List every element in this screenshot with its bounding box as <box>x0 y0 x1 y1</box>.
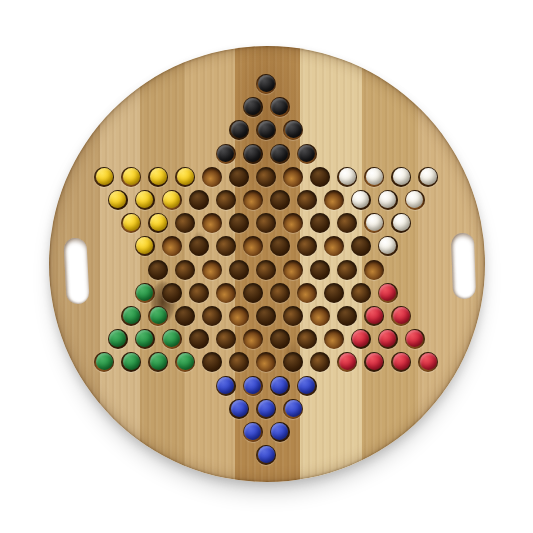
peg-green[interactable] <box>163 330 180 347</box>
peg-black[interactable] <box>244 145 261 162</box>
hole-r17-c1[interactable] <box>256 445 276 465</box>
peg-white[interactable] <box>366 214 383 231</box>
hole-r5-c7[interactable] <box>256 167 276 187</box>
hole-r13-c8[interactable] <box>283 352 303 372</box>
peg-white[interactable] <box>393 168 410 185</box>
hole-r11-c8[interactable] <box>310 306 330 326</box>
hole-r15-c1[interactable] <box>229 399 249 419</box>
peg-black[interactable] <box>298 145 315 162</box>
hole-r3-c2[interactable] <box>256 120 276 140</box>
hole-r10-c1[interactable] <box>135 283 155 303</box>
hole-r10-c9[interactable] <box>351 283 371 303</box>
hole-r9-c7[interactable] <box>310 260 330 280</box>
hole-r4-c4[interactable] <box>297 144 317 164</box>
peg-yellow[interactable] <box>150 214 167 231</box>
peg-black[interactable] <box>231 121 248 138</box>
hole-r9-c1[interactable] <box>148 260 168 280</box>
hole-r7-c8[interactable] <box>310 213 330 233</box>
hole-r11-c11[interactable] <box>391 306 411 326</box>
hole-r6-c2[interactable] <box>135 190 155 210</box>
peg-red[interactable] <box>352 330 369 347</box>
hole-r5-c8[interactable] <box>283 167 303 187</box>
hole-r13-c13[interactable] <box>418 352 438 372</box>
hole-r8-c8[interactable] <box>324 236 344 256</box>
hole-r12-c6[interactable] <box>243 329 263 349</box>
hole-r11-c1[interactable] <box>121 306 141 326</box>
hole-r14-c2[interactable] <box>243 376 263 396</box>
hole-r6-c5[interactable] <box>216 190 236 210</box>
hole-r7-c10[interactable] <box>364 213 384 233</box>
hole-r9-c2[interactable] <box>175 260 195 280</box>
hole-r8-c7[interactable] <box>297 236 317 256</box>
peg-blue[interactable] <box>231 400 248 417</box>
hole-r12-c2[interactable] <box>135 329 155 349</box>
peg-yellow[interactable] <box>136 191 153 208</box>
hole-r5-c4[interactable] <box>175 167 195 187</box>
hole-r8-c4[interactable] <box>216 236 236 256</box>
peg-blue[interactable] <box>298 377 315 394</box>
hole-r8-c1[interactable] <box>135 236 155 256</box>
hole-r13-c4[interactable] <box>175 352 195 372</box>
peg-yellow[interactable] <box>123 214 140 231</box>
hole-r6-c10[interactable] <box>351 190 371 210</box>
photo-background <box>0 0 533 533</box>
hole-r5-c3[interactable] <box>148 167 168 187</box>
peg-green[interactable] <box>123 353 140 370</box>
peg-yellow[interactable] <box>109 191 126 208</box>
hole-r5-c13[interactable] <box>418 167 438 187</box>
hole-r7-c11[interactable] <box>391 213 411 233</box>
hole-r1-c1[interactable] <box>256 74 276 94</box>
hole-r14-c3[interactable] <box>270 376 290 396</box>
hole-r12-c12[interactable] <box>405 329 425 349</box>
hole-r2-c1[interactable] <box>243 97 263 117</box>
hole-r12-c5[interactable] <box>216 329 236 349</box>
peg-red[interactable] <box>379 330 396 347</box>
hole-r13-c5[interactable] <box>202 352 222 372</box>
hole-r4-c3[interactable] <box>270 144 290 164</box>
hole-r6-c8[interactable] <box>297 190 317 210</box>
hole-r5-c9[interactable] <box>310 167 330 187</box>
peg-green[interactable] <box>150 353 167 370</box>
peg-black[interactable] <box>271 145 288 162</box>
hole-r5-c1[interactable] <box>94 167 114 187</box>
peg-blue[interactable] <box>217 377 234 394</box>
hole-r15-c2[interactable] <box>256 399 276 419</box>
hole-r8-c6[interactable] <box>270 236 290 256</box>
peg-red[interactable] <box>393 307 410 324</box>
peg-yellow[interactable] <box>163 191 180 208</box>
hole-r8-c3[interactable] <box>189 236 209 256</box>
hole-r9-c4[interactable] <box>229 260 249 280</box>
hole-r7-c6[interactable] <box>256 213 276 233</box>
hole-r13-c1[interactable] <box>94 352 114 372</box>
peg-red[interactable] <box>366 307 383 324</box>
hole-r13-c12[interactable] <box>391 352 411 372</box>
hole-r7-c7[interactable] <box>283 213 303 233</box>
hole-r10-c3[interactable] <box>189 283 209 303</box>
hole-r11-c9[interactable] <box>337 306 357 326</box>
hole-r4-c2[interactable] <box>243 144 263 164</box>
peg-white[interactable] <box>339 168 356 185</box>
peg-yellow[interactable] <box>136 237 153 254</box>
peg-white[interactable] <box>406 191 423 208</box>
hole-r11-c3[interactable] <box>175 306 195 326</box>
peg-black[interactable] <box>258 121 275 138</box>
hole-r10-c2[interactable] <box>162 283 182 303</box>
handle-cutout-right <box>451 233 476 300</box>
hole-r6-c1[interactable] <box>108 190 128 210</box>
peg-green[interactable] <box>109 330 126 347</box>
hole-r3-c1[interactable] <box>229 120 249 140</box>
hole-r14-c1[interactable] <box>216 376 236 396</box>
hole-r9-c5[interactable] <box>256 260 276 280</box>
peg-red[interactable] <box>406 330 423 347</box>
hole-r10-c8[interactable] <box>324 283 344 303</box>
hole-r8-c2[interactable] <box>162 236 182 256</box>
peg-black[interactable] <box>258 75 275 92</box>
hole-r16-c2[interactable] <box>270 422 290 442</box>
peg-white[interactable] <box>379 237 396 254</box>
hole-r13-c10[interactable] <box>337 352 357 372</box>
hole-r5-c12[interactable] <box>391 167 411 187</box>
peg-yellow[interactable] <box>96 168 113 185</box>
hole-r12-c8[interactable] <box>297 329 317 349</box>
hole-r10-c10[interactable] <box>378 283 398 303</box>
hole-r7-c2[interactable] <box>148 213 168 233</box>
hole-r6-c11[interactable] <box>378 190 398 210</box>
hole-r13-c6[interactable] <box>229 352 249 372</box>
hole-r7-c4[interactable] <box>202 213 222 233</box>
peg-blue[interactable] <box>285 400 302 417</box>
hole-r6-c4[interactable] <box>189 190 209 210</box>
hole-r13-c2[interactable] <box>121 352 141 372</box>
peg-green[interactable] <box>150 307 167 324</box>
hole-r2-c2[interactable] <box>270 97 290 117</box>
hole-r8-c10[interactable] <box>378 236 398 256</box>
peg-blue[interactable] <box>244 377 261 394</box>
hole-r12-c10[interactable] <box>351 329 371 349</box>
hole-r12-c9[interactable] <box>324 329 344 349</box>
peg-black[interactable] <box>244 98 261 115</box>
hole-r7-c1[interactable] <box>121 213 141 233</box>
hole-r12-c3[interactable] <box>162 329 182 349</box>
hole-r11-c6[interactable] <box>256 306 276 326</box>
hole-r12-c7[interactable] <box>270 329 290 349</box>
hole-r11-c10[interactable] <box>364 306 384 326</box>
peg-yellow[interactable] <box>150 168 167 185</box>
hole-r8-c5[interactable] <box>243 236 263 256</box>
peg-green[interactable] <box>136 330 153 347</box>
hole-r9-c6[interactable] <box>283 260 303 280</box>
hole-r10-c7[interactable] <box>297 283 317 303</box>
peg-red[interactable] <box>366 353 383 370</box>
peg-red[interactable] <box>420 353 437 370</box>
peg-yellow[interactable] <box>123 168 140 185</box>
hole-r7-c3[interactable] <box>175 213 195 233</box>
peg-green[interactable] <box>136 284 153 301</box>
peg-blue[interactable] <box>271 423 288 440</box>
hole-r5-c6[interactable] <box>229 167 249 187</box>
hole-r10-c6[interactable] <box>270 283 290 303</box>
peg-black[interactable] <box>217 145 234 162</box>
hole-r10-c5[interactable] <box>243 283 263 303</box>
chinese-checkers-board <box>49 46 485 482</box>
hole-r6-c7[interactable] <box>270 190 290 210</box>
hole-r5-c10[interactable] <box>337 167 357 187</box>
hole-r3-c3[interactable] <box>283 120 303 140</box>
hole-r7-c9[interactable] <box>337 213 357 233</box>
hole-r13-c11[interactable] <box>364 352 384 372</box>
peg-white[interactable] <box>366 168 383 185</box>
peg-blue[interactable] <box>258 400 275 417</box>
peg-blue[interactable] <box>244 423 261 440</box>
peg-red[interactable] <box>393 353 410 370</box>
hole-r11-c5[interactable] <box>229 306 249 326</box>
handle-cutout-left <box>63 237 89 304</box>
hole-r12-c1[interactable] <box>108 329 128 349</box>
hole-r9-c8[interactable] <box>337 260 357 280</box>
hole-r9-c9[interactable] <box>364 260 384 280</box>
hole-r14-c4[interactable] <box>297 376 317 396</box>
peg-blue[interactable] <box>271 377 288 394</box>
hole-r5-c5[interactable] <box>202 167 222 187</box>
peg-green[interactable] <box>96 353 113 370</box>
hole-r11-c2[interactable] <box>148 306 168 326</box>
hole-r10-c4[interactable] <box>216 283 236 303</box>
peg-white[interactable] <box>393 214 410 231</box>
hole-r5-c11[interactable] <box>364 167 384 187</box>
hole-r6-c9[interactable] <box>324 190 344 210</box>
peg-red[interactable] <box>339 353 356 370</box>
peg-yellow[interactable] <box>177 168 194 185</box>
peg-black[interactable] <box>285 121 302 138</box>
hole-r12-c11[interactable] <box>378 329 398 349</box>
hole-r9-c3[interactable] <box>202 260 222 280</box>
hole-r6-c3[interactable] <box>162 190 182 210</box>
hole-r16-c1[interactable] <box>243 422 263 442</box>
hole-r6-c12[interactable] <box>405 190 425 210</box>
hole-r7-c5[interactable] <box>229 213 249 233</box>
peg-black[interactable] <box>271 98 288 115</box>
hole-r13-c9[interactable] <box>310 352 330 372</box>
peg-white[interactable] <box>352 191 369 208</box>
peg-white[interactable] <box>379 191 396 208</box>
hole-r4-c1[interactable] <box>216 144 236 164</box>
hole-r5-c2[interactable] <box>121 167 141 187</box>
peg-white[interactable] <box>420 168 437 185</box>
peg-red[interactable] <box>379 284 396 301</box>
hole-r12-c4[interactable] <box>189 329 209 349</box>
hole-r13-c7[interactable] <box>256 352 276 372</box>
hole-r11-c4[interactable] <box>202 306 222 326</box>
hole-r8-c9[interactable] <box>351 236 371 256</box>
peg-green[interactable] <box>123 307 140 324</box>
hole-r15-c3[interactable] <box>283 399 303 419</box>
peg-green[interactable] <box>177 353 194 370</box>
peg-blue[interactable] <box>258 446 275 463</box>
hole-r6-c6[interactable] <box>243 190 263 210</box>
hole-r11-c7[interactable] <box>283 306 303 326</box>
hole-r13-c3[interactable] <box>148 352 168 372</box>
